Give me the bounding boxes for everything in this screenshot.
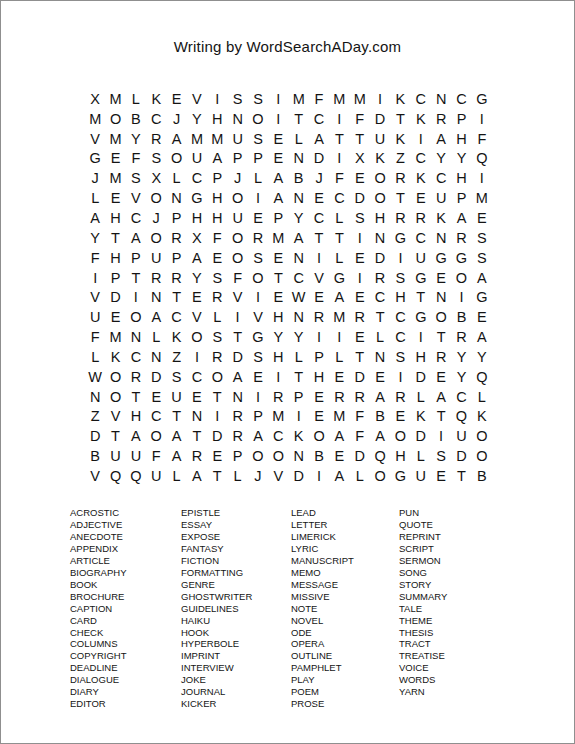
puzzle-page: Writing by WordSearchADay.com XMLKEVISSI…	[0, 0, 575, 744]
grid-cell: H	[207, 109, 227, 129]
grid-cell: D	[85, 426, 105, 446]
grid-cell: I	[329, 149, 349, 169]
grid-cell: N	[289, 248, 309, 268]
grid-cell: C	[390, 307, 410, 327]
grid-cell: E	[309, 407, 329, 427]
word-list-item: PUN	[399, 507, 447, 519]
grid-cell: I	[451, 287, 471, 307]
grid-cell: Y	[187, 109, 207, 129]
grid-cell: P	[248, 407, 268, 427]
grid-cell: G	[329, 268, 349, 288]
grid-cell: P	[207, 168, 227, 188]
word-list-item: CAPTION	[70, 603, 127, 615]
grid-cell: S	[227, 89, 247, 109]
grid-cell: L	[329, 208, 349, 228]
grid-cell: E	[146, 387, 166, 407]
grid-cell: G	[85, 149, 105, 169]
grid-cell: O	[390, 426, 410, 446]
grid-cell: N	[289, 149, 309, 169]
grid-cell: O	[146, 188, 166, 208]
grid-cell: Y	[289, 327, 309, 347]
grid-cell: D	[309, 149, 329, 169]
grid-cell: I	[207, 407, 227, 427]
grid-cell: E	[248, 367, 268, 387]
grid-cell: M	[350, 89, 370, 109]
grid-cell: A	[370, 387, 390, 407]
grid-cell: E	[268, 149, 288, 169]
word-list-item: APPENDIX	[70, 543, 127, 555]
grid-cell: E	[431, 466, 451, 486]
grid-cell: N	[187, 407, 207, 427]
grid-cell: E	[411, 188, 431, 208]
grid-cell: N	[370, 228, 390, 248]
word-list-column: LEADLETTERLIMERICKLYRICMANUSCRIPTMEMOMES…	[291, 507, 354, 710]
word-list-item: COPYRIGHT	[70, 650, 127, 662]
grid-cell: U	[227, 129, 247, 149]
grid-cell: O	[451, 268, 471, 288]
grid-cell: J	[166, 109, 186, 129]
word-list-item: DIALOGUE	[70, 674, 127, 686]
grid-cell: R	[248, 228, 268, 248]
grid-cell: R	[350, 307, 370, 327]
grid-cell: R	[431, 109, 451, 129]
grid-cell: E	[350, 287, 370, 307]
word-list-item: VOICE	[399, 662, 447, 674]
grid-cell: Y	[451, 347, 471, 367]
grid-cell: O	[227, 188, 247, 208]
word-list-item: DIARY	[70, 686, 127, 698]
grid-cell: O	[207, 367, 227, 387]
grid-cell: M	[207, 129, 227, 149]
grid-cell: R	[390, 387, 410, 407]
grid-cell: V	[309, 268, 329, 288]
grid-cell: Y	[187, 268, 207, 288]
grid-cell: R	[146, 268, 166, 288]
grid-cell: U	[126, 446, 146, 466]
grid-cell: R	[207, 287, 227, 307]
grid-cell: M	[268, 228, 288, 248]
grid-cell: V	[126, 188, 146, 208]
grid-cell: M	[472, 188, 492, 208]
word-list-item: ACROSTIC	[70, 507, 127, 519]
grid-cell: N	[431, 287, 451, 307]
grid-cell: A	[289, 228, 309, 248]
grid-cell: F	[350, 407, 370, 427]
grid-cell: D	[350, 446, 370, 466]
grid-cell: A	[187, 248, 207, 268]
grid-cell: Z	[166, 347, 186, 367]
grid-cell: G	[451, 248, 471, 268]
grid-cell: L	[166, 466, 186, 486]
grid-cell: A	[451, 208, 471, 228]
grid-cell: A	[126, 228, 146, 248]
grid-cell: D	[105, 287, 125, 307]
word-list-item: JOURNAL	[181, 686, 252, 698]
grid-cell: O	[146, 426, 166, 446]
grid-cell: E	[350, 327, 370, 347]
word-list-item: GENRE	[181, 579, 252, 591]
grid-cell: R	[451, 228, 471, 248]
grid-cell: K	[370, 149, 390, 169]
grid-cell: B	[370, 407, 390, 427]
grid-cell: E	[350, 168, 370, 188]
grid-cell: T	[390, 188, 410, 208]
grid-cell: L	[85, 188, 105, 208]
grid-cell: C	[166, 307, 186, 327]
grid-cell: A	[166, 129, 186, 149]
grid-cell: J	[146, 208, 166, 228]
word-list-item: PROSE	[291, 698, 354, 710]
grid-cell: S	[248, 248, 268, 268]
grid-cell: U	[431, 188, 451, 208]
grid-cell: K	[431, 208, 451, 228]
grid-cell: O	[187, 327, 207, 347]
grid-cell: A	[329, 466, 349, 486]
grid-cell: I	[390, 367, 410, 387]
grid-cell: K	[146, 89, 166, 109]
grid-cell: T	[207, 466, 227, 486]
grid-cell: A	[248, 426, 268, 446]
grid-cell: L	[126, 89, 146, 109]
grid-cell: F	[85, 248, 105, 268]
word-list-item: REPRINT	[399, 531, 447, 543]
grid-cell: F	[472, 129, 492, 149]
grid-cell: H	[370, 208, 390, 228]
grid-cell: A	[207, 149, 227, 169]
grid-cell: G	[411, 307, 431, 327]
grid-cell: C	[431, 168, 451, 188]
puzzle-title: Writing by WordSearchADay.com	[1, 38, 574, 55]
word-list-item: MANUSCRIPT	[291, 555, 354, 567]
grid-cell: R	[126, 367, 146, 387]
grid-cell: Y	[451, 149, 471, 169]
grid-cell: O	[370, 466, 390, 486]
grid-cell: E	[431, 268, 451, 288]
grid-cell: R	[390, 208, 410, 228]
grid-cell: N	[146, 347, 166, 367]
grid-cell: U	[411, 466, 431, 486]
grid-cell: T	[268, 268, 288, 288]
grid-cell: F	[329, 168, 349, 188]
grid-cell: O	[370, 168, 390, 188]
grid-cell: E	[370, 367, 390, 387]
grid-cell: Q	[451, 407, 471, 427]
grid-cell: E	[309, 188, 329, 208]
grid-cell: H	[207, 188, 227, 208]
grid-cell: V	[187, 307, 207, 327]
grid-cell: D	[289, 466, 309, 486]
grid-cell: D	[451, 446, 471, 466]
grid-cell: I	[309, 327, 329, 347]
word-list: ACROSTICADJECTIVEANECDOTEAPPENDIXARTICLE…	[1, 507, 574, 722]
grid-cell: L	[329, 248, 349, 268]
grid-cell: T	[350, 347, 370, 367]
grid-cell: A	[472, 268, 492, 288]
grid-cell: R	[451, 327, 471, 347]
grid-cell: I	[85, 268, 105, 288]
word-list-item: ODE	[291, 627, 354, 639]
grid-cell: T	[370, 307, 390, 327]
grid-cell: A	[329, 426, 349, 446]
grid-cell: I	[431, 426, 451, 446]
grid-cell: L	[370, 327, 390, 347]
grid-cell: N	[227, 109, 247, 129]
word-list-item: LYRIC	[291, 543, 354, 555]
grid-cell: E	[187, 387, 207, 407]
grid-cell: I	[268, 109, 288, 129]
grid-cell: L	[472, 387, 492, 407]
grid-cell: O	[166, 149, 186, 169]
grid-cell: Y	[85, 228, 105, 248]
grid-cell: I	[411, 327, 431, 347]
grid-cell: F	[227, 268, 247, 288]
word-list-item: FANTASY	[181, 543, 252, 555]
grid-cell: X	[187, 228, 207, 248]
grid-cell: L	[85, 347, 105, 367]
grid-cell: E	[268, 129, 288, 149]
grid-cell: R	[411, 208, 431, 228]
grid-cell: E	[187, 287, 207, 307]
grid-cell: A	[227, 367, 247, 387]
grid-cell: E	[105, 149, 125, 169]
word-list-item: THESIS	[399, 627, 447, 639]
grid-cell: G	[411, 268, 431, 288]
grid-cell: Y	[126, 129, 146, 149]
word-list-item: MISSIVE	[291, 591, 354, 603]
grid-cell: O	[105, 109, 125, 129]
grid-cell: H	[126, 407, 146, 427]
grid-cell: S	[248, 129, 268, 149]
grid-cell: S	[207, 327, 227, 347]
grid-cell: U	[411, 248, 431, 268]
grid-cell: Y	[289, 208, 309, 228]
grid-cell: T	[126, 387, 146, 407]
grid-cell: T	[166, 287, 186, 307]
grid-cell: H	[451, 168, 471, 188]
grid-cell: G	[431, 248, 451, 268]
grid-cell: S	[126, 168, 146, 188]
grid-cell: E	[268, 287, 288, 307]
word-list-column: PUNQUOTEREPRINTSCRIPTSERMONSONGSTORYSUMM…	[399, 507, 447, 698]
grid-cell: B	[451, 307, 471, 327]
grid-cell: C	[370, 287, 390, 307]
grid-cell: C	[411, 228, 431, 248]
grid-cell: M	[105, 129, 125, 149]
grid-cell: F	[126, 149, 146, 169]
grid-cell: V	[187, 89, 207, 109]
grid-cell: D	[411, 367, 431, 387]
word-list-item: ESSAY	[181, 519, 252, 531]
grid-cell: H	[207, 208, 227, 228]
grid-cell: M	[105, 327, 125, 347]
grid-cell: V	[85, 129, 105, 149]
grid-cell: O	[268, 446, 288, 466]
grid-cell: V	[268, 466, 288, 486]
grid-cell: W	[85, 367, 105, 387]
word-list-item: STORY	[399, 579, 447, 591]
grid-cell: U	[166, 387, 186, 407]
grid-cell: L	[227, 466, 247, 486]
grid-cell: X	[85, 89, 105, 109]
grid-cell: A	[146, 307, 166, 327]
grid-cell: J	[227, 168, 247, 188]
grid-cell: U	[227, 208, 247, 228]
grid-cell: E	[105, 307, 125, 327]
grid-cell: R	[207, 347, 227, 367]
grid-cell: V	[248, 307, 268, 327]
grid-cell: P	[451, 188, 471, 208]
grid-cell: D	[146, 367, 166, 387]
word-list-item: GHOSTWRITER	[181, 591, 252, 603]
grid-cell: K	[390, 129, 410, 149]
grid-cell: U	[105, 446, 125, 466]
grid-cell: R	[227, 407, 247, 427]
grid-cell: T	[451, 466, 471, 486]
word-list-item: HYPERBOLE	[181, 638, 252, 650]
grid-cell: G	[248, 327, 268, 347]
grid-cell: I	[268, 89, 288, 109]
grid-cell: M	[329, 89, 349, 109]
grid-cell: C	[451, 89, 471, 109]
grid-cell: T	[126, 268, 146, 288]
grid-cell: Y	[268, 327, 288, 347]
grid-cell: P	[105, 268, 125, 288]
grid-cell: T	[227, 327, 247, 347]
grid-cell: A	[268, 188, 288, 208]
grid-cell: G	[187, 188, 207, 208]
grid-cell: C	[187, 168, 207, 188]
grid-cell: I	[411, 129, 431, 149]
grid-cell: C	[126, 208, 146, 228]
grid-cell: P	[309, 347, 329, 367]
grid-cell: I	[390, 248, 410, 268]
grid-cell: V	[85, 287, 105, 307]
grid-cell: F	[207, 228, 227, 248]
grid-cell: B	[289, 168, 309, 188]
word-list-item: TRACT	[399, 638, 447, 650]
grid-cell: Q	[472, 367, 492, 387]
word-list-item: EPISTLE	[181, 507, 252, 519]
grid-cell: O	[105, 367, 125, 387]
word-list-item: LEAD	[291, 507, 354, 519]
grid-cell: T	[411, 287, 431, 307]
grid-cell: I	[350, 228, 370, 248]
grid-cell: U	[85, 307, 105, 327]
word-list-item: SERMON	[399, 555, 447, 567]
word-list-item: SONG	[399, 567, 447, 579]
grid-cell: T	[309, 228, 329, 248]
grid-cell: I	[309, 466, 329, 486]
grid-cell: T	[350, 129, 370, 149]
grid-cell: M	[187, 129, 207, 149]
grid-cell: I	[329, 109, 349, 129]
grid-cell: E	[166, 89, 186, 109]
grid-cell: F	[85, 327, 105, 347]
grid-cell: K	[105, 347, 125, 367]
grid-cell: Z	[390, 149, 410, 169]
grid-cell: Y	[431, 149, 451, 169]
grid-cell: M	[329, 407, 349, 427]
grid-cell: O	[309, 426, 329, 446]
grid-cell: T	[390, 109, 410, 129]
grid-cell: E	[390, 407, 410, 427]
grid-cell: P	[268, 208, 288, 228]
grid-cell: N	[146, 287, 166, 307]
word-list-item: THEME	[399, 615, 447, 627]
grid-cell: N	[431, 89, 451, 109]
grid-cell: B	[309, 446, 329, 466]
grid-cell: H	[268, 307, 288, 327]
word-list-item: BROCHURE	[70, 591, 127, 603]
grid-cell: N	[289, 307, 309, 327]
grid-cell: V	[227, 287, 247, 307]
grid-cell: R	[390, 168, 410, 188]
grid-cell: L	[146, 327, 166, 347]
grid-cell: C	[411, 149, 431, 169]
grid-cell: B	[126, 109, 146, 129]
grid-cell: H	[411, 347, 431, 367]
grid-cell: I	[227, 307, 247, 327]
grid-cell: M	[268, 407, 288, 427]
grid-cell: A	[472, 327, 492, 347]
grid-cell: O	[248, 109, 268, 129]
grid-cell: I	[370, 89, 390, 109]
word-list-item: OUTLINE	[291, 650, 354, 662]
grid-cell: A	[166, 446, 186, 466]
grid-cell: H	[390, 446, 410, 466]
grid-cell: N	[166, 188, 186, 208]
grid-cell: R	[268, 387, 288, 407]
grid-cell: T	[105, 228, 125, 248]
grid-cell: I	[329, 327, 349, 347]
grid-cell: O	[472, 426, 492, 446]
grid-cell: L	[207, 307, 227, 327]
grid-cell: C	[268, 426, 288, 446]
word-list-item: BIOGRAPHY	[70, 567, 127, 579]
grid-cell: M	[85, 109, 105, 129]
grid-cell: H	[268, 347, 288, 367]
grid-cell: B	[472, 466, 492, 486]
grid-cell: E	[350, 248, 370, 268]
word-list-item: IMPRINT	[181, 650, 252, 662]
grid-cell: G	[472, 89, 492, 109]
word-list-item: ARTICLE	[70, 555, 127, 567]
grid-cell: W	[289, 287, 309, 307]
grid-cell: Y	[451, 367, 471, 387]
grid-cell: D	[370, 109, 390, 129]
word-list-item: NOTE	[291, 603, 354, 615]
grid-cell: I	[187, 347, 207, 367]
grid-cell: K	[411, 407, 431, 427]
grid-cell: O	[431, 307, 451, 327]
grid-cell: K	[411, 109, 431, 129]
grid-cell: S	[350, 208, 370, 228]
grid-cell: E	[248, 208, 268, 228]
grid-cell: C	[451, 387, 471, 407]
word-list-item: CARD	[70, 615, 127, 627]
grid-cell: R	[431, 347, 451, 367]
grid-cell: C	[146, 407, 166, 427]
word-list-item: TALE	[399, 603, 447, 615]
grid-cell: E	[309, 287, 329, 307]
word-list-item: YARN	[399, 686, 447, 698]
grid-cell: S	[248, 347, 268, 367]
grid-cell: E	[105, 188, 125, 208]
grid-cell: O	[105, 387, 125, 407]
grid-cell: T	[187, 426, 207, 446]
grid-cell: P	[289, 387, 309, 407]
grid-cell: J	[85, 168, 105, 188]
